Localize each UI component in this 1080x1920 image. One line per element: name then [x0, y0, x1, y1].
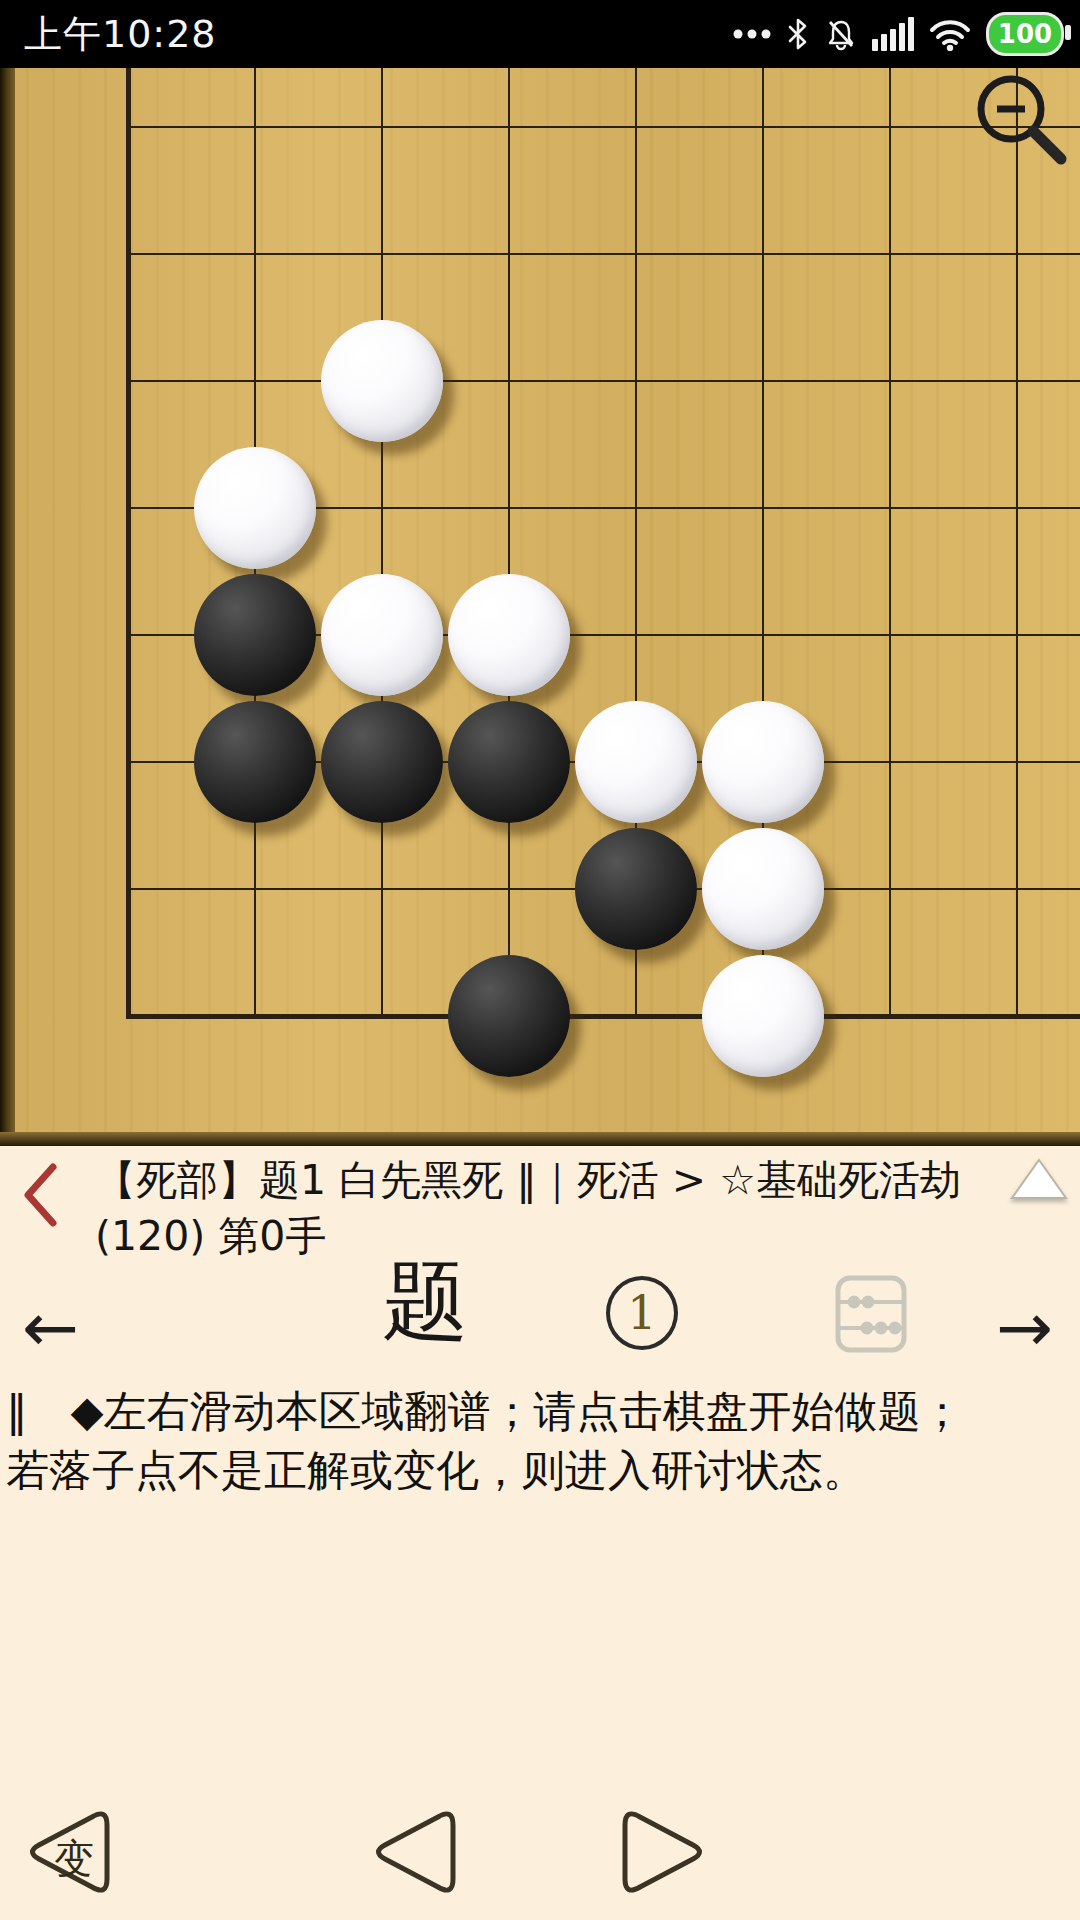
next-move-arrow[interactable]: → — [996, 1294, 1053, 1362]
black-stone-e2 — [575, 828, 697, 950]
counter-button[interactable] — [834, 1274, 908, 1358]
prev-move-arrow[interactable]: ← — [22, 1294, 79, 1362]
more-notifications-icon — [732, 28, 772, 40]
status-icons: 100 — [732, 12, 1064, 56]
prev-step-button[interactable] — [364, 1798, 462, 1906]
white-stone-e3 — [575, 701, 697, 823]
problem-title: 【死部】题1 白先黑死 ‖｜死活 > ☆基础死活劫 (120) 第0手 — [95, 1152, 985, 1264]
variation-button[interactable]: 变 — [18, 1798, 116, 1906]
wifi-icon — [928, 17, 972, 51]
battery-indicator: 100 — [986, 12, 1064, 56]
board-left-edge — [0, 68, 15, 1146]
left-triangle-icon — [364, 1798, 462, 1906]
bluetooth-icon — [786, 17, 810, 51]
black-stone-b4 — [194, 574, 316, 696]
problem-title-line1: 【死部】题1 白先黑死 ‖｜死活 > ☆基础死活劫 — [95, 1156, 961, 1204]
status-bar: 上午10:28 100 — [0, 0, 1080, 68]
help-text: ‖ ◆左右滑动本区域翻谱；请点击棋盘开始做题； 若落子点不是正解或变化，则进入研… — [6, 1382, 1076, 1500]
move-number-badge: 1 — [606, 1276, 678, 1350]
white-stone-f2 — [702, 828, 824, 950]
help-line1: ‖ ◆左右滑动本区域翻谱；请点击棋盘开始做题； — [6, 1386, 964, 1436]
back-button[interactable] — [20, 1162, 60, 1232]
help-line2: 若落子点不是正解或变化，则进入研讨状态。 — [6, 1445, 866, 1495]
white-stone-f1 — [702, 955, 824, 1077]
white-stone-f3 — [702, 701, 824, 823]
problem-mode-char: 题 — [382, 1258, 468, 1344]
collapse-panel-button[interactable] — [1008, 1156, 1070, 1206]
battery-percent: 100 — [998, 21, 1052, 47]
move-number-value: 1 — [627, 1286, 656, 1340]
white-stone-c4 — [321, 574, 443, 696]
black-stone-d1 — [448, 955, 570, 1077]
problem-title-line2: (120) 第0手 — [95, 1212, 326, 1260]
abacus-icon — [834, 1274, 908, 1354]
go-board[interactable] — [0, 68, 1080, 1146]
clock: 上午10:28 — [24, 9, 217, 60]
black-stone-d3 — [448, 701, 570, 823]
next-step-button[interactable] — [616, 1798, 714, 1906]
white-stone-d4 — [448, 574, 570, 696]
board-bottom-edge — [0, 1132, 1080, 1146]
variation-button-label: 变 — [54, 1831, 94, 1886]
info-panel: 【死部】题1 白先黑死 ‖｜死活 > ☆基础死活劫 (120) 第0手 ← 题 … — [0, 1146, 1080, 1920]
zoom-out-icon[interactable] — [972, 70, 1076, 174]
back-chevron-icon — [20, 1162, 60, 1228]
bell-muted-icon — [824, 17, 858, 51]
black-stone-b3 — [194, 701, 316, 823]
signal-strength-icon — [872, 17, 914, 51]
white-stone-c6 — [321, 320, 443, 442]
white-stone-b5 — [194, 447, 316, 569]
right-triangle-icon — [616, 1798, 714, 1906]
black-stone-c3 — [321, 701, 443, 823]
app-screen: 上午10:28 100 — [0, 0, 1080, 1920]
up-triangle-icon — [1008, 1156, 1070, 1202]
